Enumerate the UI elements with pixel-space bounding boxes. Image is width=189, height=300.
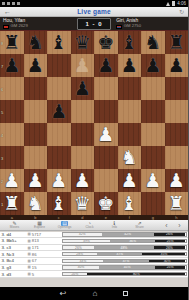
explorer-row-3Nc3[interactable]: 3. Nc3▦8628%37%35%: [0, 251, 188, 258]
white-wins-segment: 30%: [63, 266, 100, 269]
square-b4[interactable]: [24, 123, 48, 146]
explorer-game-count: ▦5717: [28, 232, 62, 237]
square-d2[interactable]: ♟: [71, 169, 95, 192]
explorer-move: 3. d4: [2, 232, 28, 237]
piece-black-pawn: ♟: [94, 54, 118, 77]
square-c3[interactable]: [47, 146, 71, 169]
toolbar-item-openings[interactable]: ▤Openings: [52, 221, 77, 230]
square-f1[interactable]: ♝: [118, 192, 142, 215]
explorer-row-3Bb5[interactable]: 3. Bb5+▦81339%36%25%: [0, 238, 188, 245]
black-wins-segment: 25%: [155, 266, 186, 269]
win-rate-bar: 20%80%: [62, 272, 187, 277]
notification-icon: [12, 2, 15, 5]
piece-black-pawn: ♟: [165, 54, 189, 77]
square-h5[interactable]: [165, 100, 189, 123]
explorer-row-3Bc4[interactable]: 3. Bc4▦6733%37%30%: [0, 258, 188, 265]
explorer-game-count: ▦86: [28, 252, 62, 257]
black-wins-segment: 80%: [87, 273, 185, 276]
explorer-game-count: ▦813: [28, 238, 62, 243]
china-flag-icon: [3, 25, 9, 29]
square-a5[interactable]: 5: [0, 100, 24, 123]
app-bar: ← Live game ↻: [0, 7, 188, 17]
square-b2[interactable]: ♟: [24, 169, 48, 192]
square-b1[interactable]: ♞: [24, 192, 48, 215]
win-rate-bar: 33%37%30%: [62, 259, 187, 264]
explorer-game-count: ▦5: [28, 272, 62, 277]
square-f4[interactable]: [118, 123, 142, 146]
square-h3[interactable]: [165, 146, 189, 169]
square-f6[interactable]: [118, 77, 142, 100]
toolbar-item-label: Clock: [86, 226, 94, 230]
toolbar-item-share[interactable]: ⇗Share: [127, 221, 152, 230]
square-c6[interactable]: [47, 77, 71, 100]
player-bar: Hou, Yifan GM 2629 1 - 0 Giri, Anish GM …: [0, 17, 188, 31]
square-a2[interactable]: 2♟: [0, 169, 24, 192]
piece-white-pawn: ♟: [165, 169, 189, 192]
draws-segment: 42%: [102, 233, 154, 236]
piece-white-queen: ♛: [71, 192, 95, 215]
square-g1[interactable]: [141, 192, 165, 215]
square-d4[interactable]: [71, 123, 95, 146]
square-c8[interactable]: ♝: [47, 31, 71, 54]
win-rate-bar: 30%45%25%: [62, 265, 187, 270]
games-count-icon: ▦: [28, 259, 31, 263]
piece-white-pawn: ♟: [118, 169, 142, 192]
square-h6[interactable]: [165, 77, 189, 100]
piece-white-pawn: ♟: [94, 123, 118, 146]
square-e1[interactable]: ♚: [94, 192, 118, 215]
background-strip: [0, 278, 188, 287]
piece-black-pawn: ♟: [71, 77, 95, 100]
square-d3[interactable]: [71, 146, 95, 169]
explorer-move: 3. c3: [2, 245, 28, 250]
piece-black-pawn: ♟: [0, 54, 24, 77]
piece-black-bishop: ♝: [47, 31, 71, 54]
explorer-move: 3. Bb5+: [2, 238, 28, 243]
piece-white-bishop: ♝: [118, 192, 142, 215]
rank-label: 4: [1, 132, 3, 137]
square-b5[interactable]: [24, 100, 48, 123]
match-score: 1 - 0: [77, 18, 111, 30]
android-nav-bar: ↩ ⌂: [0, 287, 188, 300]
square-e6[interactable]: [94, 77, 118, 100]
explorer-row-3g3[interactable]: 3. g3▦1530%45%25%: [0, 265, 188, 272]
white-wins-segment: 39%: [63, 240, 111, 243]
square-d8[interactable]: ♛: [71, 31, 95, 54]
games-count-icon: ▦: [28, 232, 31, 236]
piece-white-rook: ♜: [0, 192, 24, 215]
win-rate-bar: 28%37%35%: [62, 252, 187, 257]
piece-black-rook: ♜: [0, 31, 24, 54]
square-e7[interactable]: ♟: [94, 54, 118, 77]
square-c1[interactable]: ♝: [47, 192, 71, 215]
battery-icon: [172, 1, 175, 6]
piece-white-pawn: ♟: [0, 169, 24, 192]
ghost-piece-pawn: ♟: [71, 54, 95, 77]
explorer-move: 3. g3: [2, 265, 28, 270]
black-wins-segment: 25%: [155, 240, 186, 243]
square-g7[interactable]: ♟: [141, 54, 165, 77]
black-wins-segment: 26%: [154, 246, 186, 249]
square-b6[interactable]: [24, 77, 48, 100]
explorer-game-count: ▦15: [28, 265, 62, 270]
win-rate-bar: 26%48%26%: [62, 245, 187, 250]
square-e3[interactable]: [94, 146, 118, 169]
piece-black-king: ♚: [94, 31, 118, 54]
black-wins-segment: 30%: [149, 260, 186, 263]
square-e4[interactable]: ♟: [94, 123, 118, 146]
square-a3[interactable]: 3: [0, 146, 24, 169]
toolbar-item-info[interactable]: ℹInfo: [102, 221, 127, 230]
draws-segment: 37%: [103, 260, 149, 263]
back-arrow-icon[interactable]: ←: [0, 7, 20, 17]
square-e5[interactable]: [94, 100, 118, 123]
square-a1[interactable]: 1♜: [0, 192, 24, 215]
games-count-icon: ▦: [28, 265, 31, 269]
toolbar-item-label: Explore: [34, 226, 45, 230]
square-a8[interactable]: 8♜: [0, 31, 24, 54]
square-f2[interactable]: ♟: [118, 169, 142, 192]
square-b7[interactable]: ♟: [24, 54, 48, 77]
page-title: Live game: [20, 8, 168, 15]
piece-black-knight: ♞: [141, 31, 165, 54]
explorer-move: 3. d3: [2, 272, 28, 277]
square-c7[interactable]: [47, 54, 71, 77]
square-g2[interactable]: ♟: [141, 169, 165, 192]
piece-white-pawn: ♟: [141, 169, 165, 192]
white-player-info[interactable]: Hou, Yifan GM 2629: [0, 17, 31, 30]
square-e8[interactable]: ♚: [94, 31, 118, 54]
games-count-icon: ▦: [28, 246, 31, 250]
white-player-rating: GM 2629: [11, 24, 28, 29]
toolbar-item-label: Share: [135, 226, 144, 230]
toolbar-item-moves[interactable]: ✎Moves: [2, 221, 27, 230]
rank-label: 5: [1, 109, 3, 114]
black-player-rating: GM 2750: [124, 24, 141, 29]
square-f3[interactable]: ♞: [118, 146, 142, 169]
toolbar-item-explore[interactable]: ▦Explore: [27, 221, 52, 230]
square-h4[interactable]: [165, 123, 189, 146]
square-f8[interactable]: ♝: [118, 31, 142, 54]
draws-segment: 36%: [110, 240, 154, 243]
white-wins-segment: 26%: [63, 246, 95, 249]
piece-black-bishop: ♝: [118, 31, 142, 54]
white-wins-segment: 28%: [63, 253, 97, 256]
square-g6[interactable]: [141, 77, 165, 100]
draws-segment: 37%: [97, 253, 143, 256]
explorer-row-3c3[interactable]: 3. c3▦17126%48%26%: [0, 245, 188, 252]
piece-black-pawn: ♟: [47, 100, 71, 123]
square-g8[interactable]: ♞: [141, 31, 165, 54]
status-notification-icons: [2, 2, 20, 5]
android-recents-icon[interactable]: [123, 291, 128, 296]
square-c2[interactable]: ♟: [47, 169, 71, 192]
square-h8[interactable]: ♜: [165, 31, 189, 54]
black-player-info[interactable]: Giri, Anish GM 2750: [113, 17, 144, 30]
white-wins-segment: 20%: [63, 273, 88, 276]
piece-white-bishop: ♝: [47, 192, 71, 215]
piece-white-knight: ♞: [118, 146, 142, 169]
square-a4[interactable]: 4: [0, 123, 24, 146]
wifi-icon: [166, 2, 170, 6]
piece-white-pawn: ♟: [47, 169, 71, 192]
explorer-row-3d4[interactable]: 3. d4▦571732%42%26%: [0, 232, 188, 239]
square-f5[interactable]: [118, 100, 142, 123]
android-home-icon[interactable]: ⌂: [92, 287, 97, 300]
black-wins-segment: 35%: [142, 253, 185, 256]
explorer-game-count: ▦67: [28, 258, 62, 263]
next-move-button[interactable]: ›: [173, 220, 186, 231]
rank-label: 6: [1, 86, 3, 91]
square-c5[interactable]: ♟: [47, 100, 71, 123]
toolbar-item-label: Moves: [10, 226, 19, 230]
netherlands-flag-icon: [116, 25, 122, 29]
toolbar-item-label: Openings: [58, 226, 72, 230]
square-g3[interactable]: [141, 146, 165, 169]
piece-white-pawn: ♟: [71, 169, 95, 192]
notification-icon: [7, 2, 10, 5]
black-wins-segment: 26%: [154, 233, 186, 236]
prev-move-button[interactable]: ‹: [160, 220, 173, 231]
piece-white-knight: ♞: [24, 192, 48, 215]
square-d6[interactable]: ♟: [71, 77, 95, 100]
square-f7[interactable]: ♟: [118, 54, 142, 77]
piece-white-pawn: ♟: [24, 169, 48, 192]
piece-black-pawn: ♟: [141, 54, 165, 77]
piece-white-king: ♚: [94, 192, 118, 215]
opening-explorer-table: 3. d4▦571732%42%26%3. Bb5+▦81339%36%25%3…: [0, 232, 188, 279]
explorer-move: 3. Nc3: [2, 252, 28, 257]
games-count-icon: ▦: [28, 239, 31, 243]
square-h7[interactable]: ♟: [165, 54, 189, 77]
square-g5[interactable]: [141, 100, 165, 123]
games-count-icon: ▦: [28, 272, 31, 276]
square-e2[interactable]: [94, 169, 118, 192]
square-d1[interactable]: ♛: [71, 192, 95, 215]
square-h2[interactable]: ♟: [165, 169, 189, 192]
square-h1[interactable]: ♜: [165, 192, 189, 215]
notification-icon: [17, 2, 20, 5]
toolbar-item-label: Info: [112, 226, 117, 230]
square-a7[interactable]: 7♟: [0, 54, 24, 77]
draws-segment: 48%: [94, 246, 153, 249]
games-count-icon: ▦: [28, 252, 31, 256]
android-back-icon[interactable]: ↩: [60, 287, 67, 300]
toolbar-item-clock[interactable]: ◔Clock: [77, 221, 102, 230]
app-screen: 4:06 ← Live game ↻ Hou, Yifan GM 2629 1 …: [0, 0, 188, 300]
piece-black-rook: ♜: [165, 31, 189, 54]
square-b3[interactable]: [24, 146, 48, 169]
explorer-move: 3. Bc4: [2, 258, 28, 263]
draws-segment: 45%: [99, 266, 154, 269]
white-wins-segment: 33%: [63, 260, 104, 263]
square-b8[interactable]: ♞: [24, 31, 48, 54]
white-wins-segment: 32%: [63, 233, 102, 236]
status-bar: 4:06: [0, 0, 188, 7]
square-a6[interactable]: 6: [0, 77, 24, 100]
square-d5[interactable]: [71, 100, 95, 123]
square-g4[interactable]: [141, 123, 165, 146]
explorer-row-3d3[interactable]: 3. d3▦520%80%: [0, 271, 188, 278]
notification-icon: [2, 2, 5, 5]
piece-black-pawn: ♟: [24, 54, 48, 77]
explorer-game-count: ▦171: [28, 245, 62, 250]
win-rate-bar: 32%42%26%: [62, 232, 187, 237]
square-d7[interactable]: ♟: [71, 54, 95, 77]
piece-black-pawn: ♟: [118, 54, 142, 77]
piece-black-knight: ♞: [24, 31, 48, 54]
piece-black-queen: ♛: [71, 31, 95, 54]
chess-board: 8♜♞♝♛♚♝♞♜7♟♟♟♟♟♟♟6♟5♟4♟3♞2♟♟♟♟♟♟♟1♜♞♝♛♚♝…: [0, 31, 188, 215]
win-rate-bar: 39%36%25%: [62, 239, 187, 244]
rank-label: 3: [1, 155, 3, 160]
game-toolbar: ✎Moves▦Explore▤Openings◔ClockℹInfo⇗Share…: [0, 220, 188, 231]
square-c4[interactable]: [47, 123, 71, 146]
board-options-icon[interactable]: ↻: [168, 7, 188, 17]
piece-white-rook: ♜: [165, 192, 189, 215]
